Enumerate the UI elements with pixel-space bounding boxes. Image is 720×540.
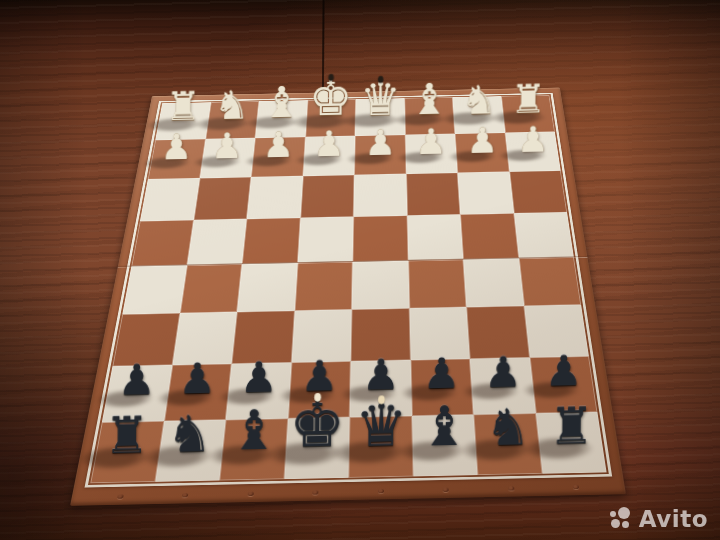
rivet xyxy=(573,485,580,489)
rivet xyxy=(313,490,319,494)
piece-shadow xyxy=(397,150,444,164)
piece-shadow xyxy=(346,151,393,165)
piece-shadow xyxy=(462,381,519,401)
piece-shadow xyxy=(142,156,191,170)
piece-shadow xyxy=(77,445,151,471)
avito-watermark: Avito xyxy=(609,506,708,532)
piece-shadow xyxy=(331,439,405,467)
piece-shadow xyxy=(141,443,214,469)
piece-shadow xyxy=(341,112,399,129)
piece-shadow xyxy=(279,385,336,405)
watermark-text: Avito xyxy=(639,506,708,532)
piece-shadow xyxy=(401,382,458,402)
piece-shadow xyxy=(522,435,595,461)
piece-shadows xyxy=(90,95,606,483)
piece-shadow xyxy=(144,117,201,133)
piece-shadow xyxy=(448,149,496,163)
piece-shadow xyxy=(218,386,276,406)
avito-logo-icon xyxy=(609,507,634,531)
piece-shadow xyxy=(499,148,547,162)
piece-shadow xyxy=(490,109,546,125)
piece-shadow xyxy=(193,155,241,169)
rivet xyxy=(378,489,384,493)
piece-shadow xyxy=(194,116,250,132)
rivet xyxy=(508,486,514,490)
rivet xyxy=(443,488,449,492)
piece-shadow xyxy=(394,112,446,127)
rivet xyxy=(182,493,189,497)
piece-shadow xyxy=(398,439,465,464)
piece-shadow xyxy=(245,115,297,130)
piece-shadow xyxy=(340,384,396,404)
piece-shadow xyxy=(156,387,214,407)
board-surface xyxy=(70,87,626,505)
listing-photo: ♜♞♝♚♛♝♞♜♟♟♟♟♟♟♟♟♟♟♟♟♟♟♟♟♜♞♝♚♛♝♞♜ Avito xyxy=(0,0,720,540)
royal-finial xyxy=(378,76,383,83)
piece-shadow xyxy=(244,153,292,167)
piece-shadow xyxy=(295,152,342,166)
rivet xyxy=(247,492,253,496)
royal-finial xyxy=(328,74,333,81)
piece-shadow xyxy=(441,110,496,126)
piece-shadow xyxy=(522,380,580,400)
piece-shadow xyxy=(459,437,531,463)
rivet xyxy=(117,494,124,498)
piece-shadow xyxy=(207,443,275,468)
chess-board: ♜♞♝♚♛♝♞♜♟♟♟♟♟♟♟♟♟♟♟♟♟♟♟♟♜♞♝♚♛♝♞♜ xyxy=(70,87,626,505)
